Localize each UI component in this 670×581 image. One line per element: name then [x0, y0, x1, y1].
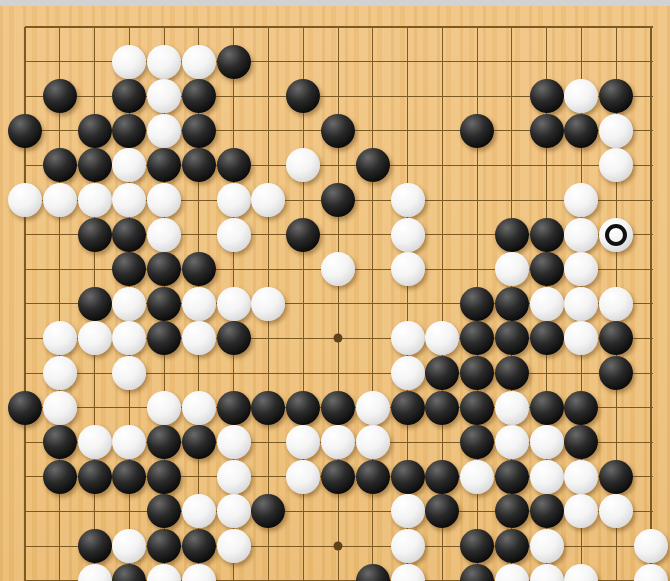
black-stone[interactable]: [356, 564, 390, 581]
black-stone[interactable]: [530, 321, 564, 355]
white-stone[interactable]: [321, 252, 355, 286]
black-stone[interactable]: [391, 391, 425, 425]
black-stone[interactable]: [147, 321, 181, 355]
white-stone[interactable]: [391, 321, 425, 355]
black-stone[interactable]: [460, 356, 494, 390]
black-stone[interactable]: [78, 218, 112, 252]
screenshot-root: [0, 0, 670, 581]
black-stone[interactable]: [321, 460, 355, 494]
white-stone[interactable]: [78, 183, 112, 217]
white-stone[interactable]: [147, 45, 181, 79]
white-stone-last-move[interactable]: [599, 218, 633, 252]
black-stone[interactable]: [182, 252, 216, 286]
black-stone[interactable]: [564, 425, 598, 459]
white-stone[interactable]: [599, 287, 633, 321]
white-stone[interactable]: [564, 252, 598, 286]
black-stone[interactable]: [425, 391, 459, 425]
black-stone[interactable]: [112, 114, 146, 148]
white-stone[interactable]: [599, 494, 633, 528]
white-stone[interactable]: [391, 564, 425, 581]
black-stone[interactable]: [495, 494, 529, 528]
white-stone[interactable]: [217, 218, 251, 252]
white-stone[interactable]: [43, 183, 77, 217]
black-stone[interactable]: [43, 425, 77, 459]
black-stone[interactable]: [286, 391, 320, 425]
window-edge-strip: [0, 0, 670, 6]
white-stone[interactable]: [530, 529, 564, 563]
white-stone[interactable]: [217, 460, 251, 494]
white-stone[interactable]: [217, 494, 251, 528]
white-stone[interactable]: [112, 287, 146, 321]
white-stone[interactable]: [391, 494, 425, 528]
white-stone[interactable]: [495, 425, 529, 459]
white-stone[interactable]: [8, 183, 42, 217]
white-stone[interactable]: [530, 287, 564, 321]
white-stone[interactable]: [43, 391, 77, 425]
white-stone[interactable]: [182, 321, 216, 355]
black-stone[interactable]: [78, 148, 112, 182]
black-stone[interactable]: [43, 460, 77, 494]
white-stone[interactable]: [391, 252, 425, 286]
white-stone[interactable]: [112, 425, 146, 459]
black-stone[interactable]: [564, 391, 598, 425]
white-stone[interactable]: [286, 148, 320, 182]
black-stone[interactable]: [425, 460, 459, 494]
white-stone[interactable]: [460, 460, 494, 494]
white-stone[interactable]: [495, 391, 529, 425]
white-stone[interactable]: [425, 321, 459, 355]
black-stone[interactable]: [460, 321, 494, 355]
black-stone[interactable]: [460, 391, 494, 425]
black-stone[interactable]: [286, 79, 320, 113]
black-stone[interactable]: [425, 494, 459, 528]
white-stone[interactable]: [217, 529, 251, 563]
black-stone[interactable]: [182, 425, 216, 459]
white-stone[interactable]: [391, 356, 425, 390]
white-stone[interactable]: [599, 148, 633, 182]
white-stone[interactable]: [564, 460, 598, 494]
black-stone[interactable]: [460, 287, 494, 321]
black-stone[interactable]: [599, 356, 633, 390]
black-stone[interactable]: [147, 252, 181, 286]
white-stone[interactable]: [78, 425, 112, 459]
white-stone[interactable]: [530, 564, 564, 581]
black-stone[interactable]: [147, 287, 181, 321]
white-stone[interactable]: [564, 183, 598, 217]
white-stone[interactable]: [182, 45, 216, 79]
black-stone[interactable]: [147, 494, 181, 528]
black-stone[interactable]: [217, 45, 251, 79]
white-stone[interactable]: [286, 460, 320, 494]
white-stone[interactable]: [391, 529, 425, 563]
white-stone[interactable]: [182, 287, 216, 321]
white-stone[interactable]: [43, 356, 77, 390]
white-stone[interactable]: [564, 287, 598, 321]
black-stone[interactable]: [530, 114, 564, 148]
white-stone[interactable]: [634, 564, 668, 581]
black-stone[interactable]: [286, 218, 320, 252]
white-stone[interactable]: [564, 321, 598, 355]
black-stone[interactable]: [599, 79, 633, 113]
black-stone[interactable]: [217, 321, 251, 355]
white-stone[interactable]: [182, 494, 216, 528]
white-stone[interactable]: [147, 79, 181, 113]
white-stone[interactable]: [147, 183, 181, 217]
black-stone[interactable]: [78, 114, 112, 148]
black-stone[interactable]: [321, 391, 355, 425]
grid-line-horizontal: [25, 26, 653, 28]
white-stone[interactable]: [112, 321, 146, 355]
white-stone[interactable]: [530, 460, 564, 494]
white-stone[interactable]: [599, 114, 633, 148]
black-stone[interactable]: [78, 287, 112, 321]
black-stone[interactable]: [147, 148, 181, 182]
black-stone[interactable]: [425, 356, 459, 390]
white-stone[interactable]: [356, 425, 390, 459]
black-stone[interactable]: [599, 321, 633, 355]
black-stone[interactable]: [460, 564, 494, 581]
white-stone[interactable]: [564, 564, 598, 581]
black-stone[interactable]: [112, 252, 146, 286]
white-stone[interactable]: [217, 425, 251, 459]
white-stone[interactable]: [78, 321, 112, 355]
black-stone[interactable]: [112, 218, 146, 252]
black-stone[interactable]: [564, 114, 598, 148]
black-stone[interactable]: [182, 148, 216, 182]
white-stone[interactable]: [391, 183, 425, 217]
white-stone[interactable]: [634, 529, 668, 563]
white-stone[interactable]: [147, 391, 181, 425]
white-stone[interactable]: [251, 287, 285, 321]
black-stone[interactable]: [495, 287, 529, 321]
black-stone[interactable]: [530, 218, 564, 252]
black-stone[interactable]: [391, 460, 425, 494]
black-stone[interactable]: [8, 391, 42, 425]
black-stone[interactable]: [43, 148, 77, 182]
white-stone[interactable]: [564, 79, 598, 113]
black-stone[interactable]: [321, 114, 355, 148]
black-stone[interactable]: [321, 183, 355, 217]
black-stone[interactable]: [495, 218, 529, 252]
black-stone[interactable]: [460, 529, 494, 563]
white-stone[interactable]: [530, 425, 564, 459]
black-stone[interactable]: [217, 148, 251, 182]
black-stone[interactable]: [43, 79, 77, 113]
white-stone[interactable]: [217, 183, 251, 217]
black-stone[interactable]: [251, 494, 285, 528]
white-stone[interactable]: [564, 218, 598, 252]
last-move-marker-icon: [605, 224, 627, 246]
black-stone[interactable]: [530, 79, 564, 113]
white-stone[interactable]: [112, 356, 146, 390]
white-stone[interactable]: [43, 321, 77, 355]
black-stone[interactable]: [217, 391, 251, 425]
white-stone[interactable]: [112, 183, 146, 217]
black-stone[interactable]: [356, 460, 390, 494]
black-stone[interactable]: [495, 460, 529, 494]
white-stone[interactable]: [495, 252, 529, 286]
black-stone[interactable]: [460, 425, 494, 459]
white-stone[interactable]: [78, 564, 112, 581]
black-stone[interactable]: [78, 529, 112, 563]
white-stone[interactable]: [182, 564, 216, 581]
black-stone[interactable]: [147, 460, 181, 494]
black-stone[interactable]: [530, 494, 564, 528]
black-stone[interactable]: [599, 460, 633, 494]
white-stone[interactable]: [112, 45, 146, 79]
black-stone[interactable]: [182, 529, 216, 563]
white-stone[interactable]: [112, 148, 146, 182]
white-stone[interactable]: [321, 425, 355, 459]
black-stone[interactable]: [182, 79, 216, 113]
white-stone[interactable]: [391, 218, 425, 252]
black-stone[interactable]: [460, 114, 494, 148]
black-stone[interactable]: [112, 564, 146, 581]
white-stone[interactable]: [147, 564, 181, 581]
black-stone[interactable]: [78, 460, 112, 494]
black-stone[interactable]: [147, 425, 181, 459]
black-stone[interactable]: [112, 460, 146, 494]
white-stone[interactable]: [564, 494, 598, 528]
black-stone[interactable]: [8, 114, 42, 148]
black-stone[interactable]: [530, 252, 564, 286]
star-point: [334, 334, 343, 343]
white-stone[interactable]: [112, 529, 146, 563]
black-stone[interactable]: [147, 529, 181, 563]
black-stone[interactable]: [356, 148, 390, 182]
white-stone[interactable]: [495, 564, 529, 581]
white-stone[interactable]: [147, 218, 181, 252]
black-stone[interactable]: [112, 79, 146, 113]
white-stone[interactable]: [356, 391, 390, 425]
white-stone[interactable]: [251, 183, 285, 217]
white-stone[interactable]: [147, 114, 181, 148]
black-stone[interactable]: [495, 321, 529, 355]
star-point: [334, 542, 343, 551]
white-stone[interactable]: [182, 391, 216, 425]
go-board[interactable]: [0, 0, 670, 581]
white-stone[interactable]: [286, 425, 320, 459]
black-stone[interactable]: [495, 529, 529, 563]
black-stone[interactable]: [251, 391, 285, 425]
white-stone[interactable]: [217, 287, 251, 321]
black-stone[interactable]: [495, 356, 529, 390]
black-stone[interactable]: [182, 114, 216, 148]
black-stone[interactable]: [530, 391, 564, 425]
